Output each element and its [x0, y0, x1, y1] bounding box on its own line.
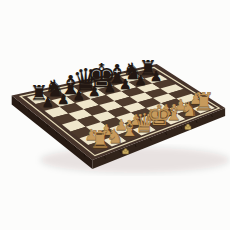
piece-black-pawn[interactable]: ♟: [72, 88, 85, 102]
brass-clasp-knob: [186, 124, 189, 127]
piece-black-pawn[interactable]: ♟: [150, 69, 163, 83]
piece-black-pawn[interactable]: ♟: [88, 84, 101, 98]
piece-white-rook[interactable]: ♜: [193, 90, 215, 114]
piece-black-pawn[interactable]: ♟: [57, 92, 70, 106]
piece-black-pawn[interactable]: ♟: [103, 80, 116, 94]
brass-clasp-knob: [124, 149, 127, 152]
piece-black-pawn[interactable]: ♟: [134, 73, 147, 87]
chess-set-photo: ♜♞♝♛♚♝♞♜♟♟♟♟♟♟♟♟♟♟♟♟♟♟♟♟♜♞♝♛♚♝♞♜: [0, 0, 230, 230]
piece-black-pawn[interactable]: ♟: [119, 77, 132, 91]
piece-black-pawn[interactable]: ♟: [42, 96, 55, 110]
